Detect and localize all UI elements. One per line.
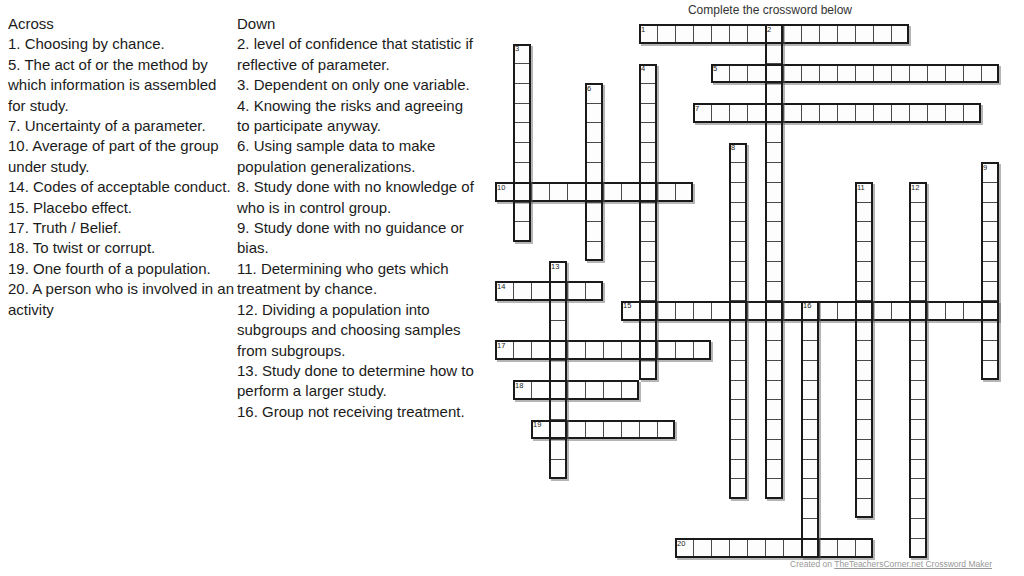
word-13-down[interactable] xyxy=(549,261,567,479)
cell-number-8: 8 xyxy=(731,144,735,152)
crossword-grid: 1571014151718192023468911121316 xyxy=(0,0,1024,576)
word-11-down[interactable] xyxy=(855,182,873,518)
word-16-down[interactable] xyxy=(801,301,819,558)
cell-number-7: 7 xyxy=(695,105,699,113)
word-7-across[interactable] xyxy=(693,103,981,123)
footer-credit: Created on TheTeachersCorner.net Crosswo… xyxy=(790,559,1010,569)
cell-number-14: 14 xyxy=(497,283,505,291)
footer-prefix: Created on xyxy=(790,559,834,569)
word-18-across[interactable] xyxy=(513,380,639,400)
cell-number-20: 20 xyxy=(677,540,685,548)
word-20-across[interactable] xyxy=(675,538,873,558)
word-5-across[interactable] xyxy=(711,64,999,84)
word-6-down[interactable] xyxy=(585,83,603,261)
word-8-down[interactable] xyxy=(729,143,747,499)
crossword-maker-link[interactable]: TheTeachersCorner.net Crossword Maker xyxy=(834,559,992,569)
cell-number-2: 2 xyxy=(767,26,771,34)
word-4-down[interactable] xyxy=(639,64,657,380)
cell-number-13: 13 xyxy=(551,263,559,271)
cell-number-4: 4 xyxy=(641,65,645,73)
cell-number-5: 5 xyxy=(713,65,717,73)
word-3-down[interactable] xyxy=(513,44,531,242)
cell-number-11: 11 xyxy=(857,184,865,192)
cell-number-15: 15 xyxy=(623,302,631,310)
word-17-across[interactable] xyxy=(495,340,711,360)
cell-number-3: 3 xyxy=(515,45,519,53)
cell-number-10: 10 xyxy=(497,184,505,192)
cell-number-16: 16 xyxy=(803,302,811,310)
cell-number-6: 6 xyxy=(587,85,591,93)
cell-number-17: 17 xyxy=(497,342,505,350)
word-9-down[interactable] xyxy=(981,162,999,380)
cell-number-19: 19 xyxy=(533,421,541,429)
cell-number-9: 9 xyxy=(983,164,987,172)
cell-number-12: 12 xyxy=(911,184,919,192)
word-12-down[interactable] xyxy=(909,182,927,558)
cell-number-1: 1 xyxy=(641,26,645,34)
cell-number-18: 18 xyxy=(515,382,523,390)
word-2-down[interactable] xyxy=(765,24,783,499)
